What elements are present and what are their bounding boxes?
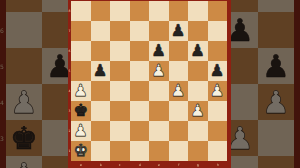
square-c6[interactable] — [110, 41, 130, 61]
square-c5[interactable] — [110, 61, 130, 81]
square-g3[interactable]: ♟ — [188, 101, 208, 121]
square-d5[interactable] — [130, 61, 150, 81]
black-pawn-icon[interactable]: ♟ — [93, 61, 108, 81]
rank-label-5: 5 — [69, 65, 71, 77]
square-e3[interactable] — [149, 101, 169, 121]
square-b6[interactable] — [91, 41, 111, 61]
file-label-f: f — [172, 162, 185, 167]
file-label-e: e — [152, 162, 165, 167]
square-h5[interactable]: ♟ — [208, 61, 228, 81]
square-a2[interactable]: ♟ — [71, 121, 91, 141]
square-b1[interactable] — [91, 141, 111, 161]
square-h8[interactable] — [208, 1, 228, 21]
chess-board: ♟♟♟♟♟♟♟♟♟♚♟♟♚87654321abcdefgh — [68, 0, 231, 168]
square-f1[interactable] — [169, 141, 189, 161]
square-d2[interactable] — [130, 121, 150, 141]
square-g8[interactable] — [188, 1, 208, 21]
square-f2[interactable] — [169, 121, 189, 141]
square-b4[interactable] — [91, 81, 111, 101]
file-label-a: a — [74, 162, 87, 167]
square-b5[interactable]: ♟ — [91, 61, 111, 81]
square-h7[interactable] — [208, 21, 228, 41]
square-d6[interactable] — [130, 41, 150, 61]
rank-label-3: 3 — [69, 105, 71, 117]
square-f4[interactable]: ♟ — [169, 81, 189, 101]
square-g1[interactable] — [188, 141, 208, 161]
square-d1[interactable] — [130, 141, 150, 161]
square-a6[interactable] — [71, 41, 91, 61]
rank-label-6: 6 — [69, 45, 71, 57]
square-c8[interactable] — [110, 1, 130, 21]
rank-label-4: 4 — [69, 85, 71, 97]
square-a7[interactable] — [71, 21, 91, 41]
square-h6[interactable] — [208, 41, 228, 61]
white-pawn-icon[interactable]: ♟ — [73, 121, 88, 141]
square-g6[interactable]: ♟ — [188, 41, 208, 61]
white-king-icon[interactable]: ♚ — [73, 141, 88, 161]
square-h2[interactable] — [208, 121, 228, 141]
rank-label-7: 7 — [69, 25, 71, 37]
white-pawn-icon[interactable]: ♟ — [210, 81, 225, 101]
square-f7[interactable]: ♟ — [169, 21, 189, 41]
square-e4[interactable] — [149, 81, 169, 101]
square-f8[interactable] — [169, 1, 189, 21]
white-pawn-icon[interactable]: ♟ — [73, 81, 88, 101]
rank-label-2: 2 — [69, 125, 71, 137]
square-c4[interactable] — [110, 81, 130, 101]
black-pawn-icon[interactable]: ♟ — [171, 21, 186, 41]
file-label-c: c — [113, 162, 126, 167]
chess-app: ♟♟♟♟♟♟♟♟♟♚♟♟♚87654321abcdefgh ♟♟♟♟♟♟♟♟♟♚… — [0, 0, 300, 168]
square-g2[interactable] — [188, 121, 208, 141]
square-d7[interactable] — [130, 21, 150, 41]
square-f6[interactable] — [169, 41, 189, 61]
square-c3[interactable] — [110, 101, 130, 121]
square-g4[interactable] — [188, 81, 208, 101]
square-b3[interactable] — [91, 101, 111, 121]
square-e1[interactable] — [149, 141, 169, 161]
square-c2[interactable] — [110, 121, 130, 141]
square-d3[interactable] — [130, 101, 150, 121]
square-b8[interactable] — [91, 1, 111, 21]
square-b7[interactable] — [91, 21, 111, 41]
square-h4[interactable]: ♟ — [208, 81, 228, 101]
white-pawn-icon[interactable]: ♟ — [171, 81, 186, 101]
square-h1[interactable] — [208, 141, 228, 161]
square-d8[interactable] — [130, 1, 150, 21]
black-pawn-icon[interactable]: ♟ — [151, 41, 166, 61]
square-c7[interactable] — [110, 21, 130, 41]
rank-label-8: 8 — [69, 5, 71, 17]
white-pawn-icon[interactable]: ♟ — [190, 101, 205, 121]
square-e8[interactable] — [149, 1, 169, 21]
square-e2[interactable] — [149, 121, 169, 141]
black-pawn-icon[interactable]: ♟ — [190, 41, 205, 61]
square-a5[interactable] — [71, 61, 91, 81]
square-f5[interactable] — [169, 61, 189, 81]
board-grid: ♟♟♟♟♟♟♟♟♟♚♟♟♚ — [71, 1, 227, 161]
square-e6[interactable]: ♟ — [149, 41, 169, 61]
square-b2[interactable] — [91, 121, 111, 141]
file-label-g: g — [191, 162, 204, 167]
rank-label-1: 1 — [69, 145, 71, 157]
file-label-d: d — [133, 162, 146, 167]
square-g7[interactable] — [188, 21, 208, 41]
file-label-h: h — [211, 162, 224, 167]
file-label-b: b — [94, 162, 107, 167]
square-h3[interactable] — [208, 101, 228, 121]
square-d4[interactable] — [130, 81, 150, 101]
square-a4[interactable]: ♟ — [71, 81, 91, 101]
black-king-icon[interactable]: ♚ — [73, 101, 88, 121]
square-g5[interactable] — [188, 61, 208, 81]
square-e7[interactable] — [149, 21, 169, 41]
black-pawn-icon[interactable]: ♟ — [210, 61, 225, 81]
square-f3[interactable] — [169, 101, 189, 121]
square-a8[interactable] — [71, 1, 91, 21]
square-a3[interactable]: ♚ — [71, 101, 91, 121]
square-a1[interactable]: ♚ — [71, 141, 91, 161]
white-pawn-icon[interactable]: ♟ — [151, 61, 166, 81]
square-e5[interactable]: ♟ — [149, 61, 169, 81]
square-c1[interactable] — [110, 141, 130, 161]
